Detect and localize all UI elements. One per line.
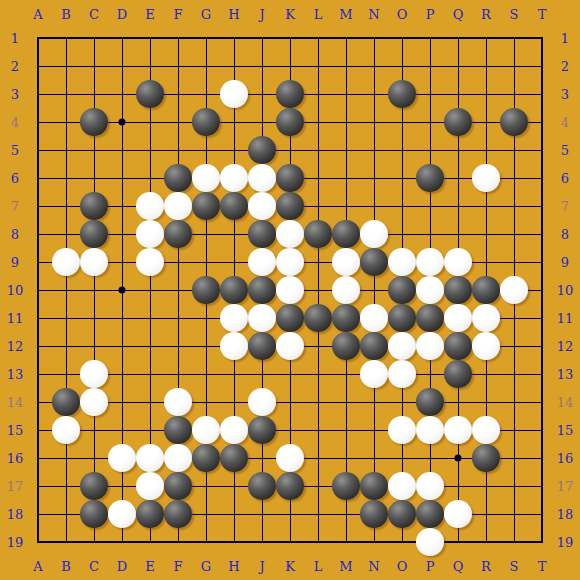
white-stone-Q15 (444, 416, 472, 444)
black-stone-C8 (80, 220, 108, 248)
black-stone-L11 (304, 304, 332, 332)
black-stone-B14 (52, 388, 80, 416)
black-stone-N12 (360, 332, 388, 360)
black-stone-G7 (192, 192, 220, 220)
black-stone-K17 (276, 472, 304, 500)
black-stone-Q4 (444, 108, 472, 136)
white-stone-H12 (220, 332, 248, 360)
black-stone-F8 (164, 220, 192, 248)
white-stone-G6 (192, 164, 220, 192)
white-stone-B15 (52, 416, 80, 444)
black-stone-Q10 (444, 276, 472, 304)
black-stone-M11 (332, 304, 360, 332)
go-board[interactable]: AABBCCDDEEFFGGHHJJKKLLMMNNOOPPQQRRSSTT11… (0, 0, 580, 580)
black-stone-O18 (388, 500, 416, 528)
black-stone-N9 (360, 248, 388, 276)
white-stone-C13 (80, 360, 108, 388)
black-stone-O10 (388, 276, 416, 304)
black-stone-O11 (388, 304, 416, 332)
black-stone-S4 (500, 108, 528, 136)
black-stone-P18 (416, 500, 444, 528)
white-stone-N8 (360, 220, 388, 248)
stones-layer (0, 0, 580, 580)
black-stone-L8 (304, 220, 332, 248)
white-stone-P9 (416, 248, 444, 276)
black-stone-G10 (192, 276, 220, 304)
white-stone-K9 (276, 248, 304, 276)
white-stone-C14 (80, 388, 108, 416)
black-stone-C4 (80, 108, 108, 136)
white-stone-P15 (416, 416, 444, 444)
white-stone-R11 (472, 304, 500, 332)
black-stone-N18 (360, 500, 388, 528)
black-stone-J8 (248, 220, 276, 248)
black-stone-R10 (472, 276, 500, 304)
white-stone-P19 (416, 528, 444, 556)
white-stone-O12 (388, 332, 416, 360)
white-stone-M9 (332, 248, 360, 276)
white-stone-R6 (472, 164, 500, 192)
black-stone-N17 (360, 472, 388, 500)
white-stone-K16 (276, 444, 304, 472)
black-stone-Q12 (444, 332, 472, 360)
white-stone-E8 (136, 220, 164, 248)
white-stone-F16 (164, 444, 192, 472)
white-stone-Q9 (444, 248, 472, 276)
white-stone-R15 (472, 416, 500, 444)
black-stone-E18 (136, 500, 164, 528)
white-stone-J11 (248, 304, 276, 332)
white-stone-O15 (388, 416, 416, 444)
white-stone-H11 (220, 304, 248, 332)
white-stone-K10 (276, 276, 304, 304)
white-stone-E9 (136, 248, 164, 276)
black-stone-K11 (276, 304, 304, 332)
black-stone-H7 (220, 192, 248, 220)
white-stone-H15 (220, 416, 248, 444)
white-stone-H6 (220, 164, 248, 192)
white-stone-F14 (164, 388, 192, 416)
white-stone-P10 (416, 276, 444, 304)
black-stone-G16 (192, 444, 220, 472)
black-stone-R16 (472, 444, 500, 472)
white-stone-R12 (472, 332, 500, 360)
white-stone-J6 (248, 164, 276, 192)
white-stone-H3 (220, 80, 248, 108)
black-stone-J5 (248, 136, 276, 164)
white-stone-B9 (52, 248, 80, 276)
black-stone-G4 (192, 108, 220, 136)
white-stone-E7 (136, 192, 164, 220)
black-stone-F15 (164, 416, 192, 444)
black-stone-P14 (416, 388, 444, 416)
black-stone-K4 (276, 108, 304, 136)
black-stone-P11 (416, 304, 444, 332)
black-stone-O3 (388, 80, 416, 108)
white-stone-O9 (388, 248, 416, 276)
black-stone-C7 (80, 192, 108, 220)
black-stone-H10 (220, 276, 248, 304)
black-stone-Q13 (444, 360, 472, 388)
black-stone-F6 (164, 164, 192, 192)
black-stone-E3 (136, 80, 164, 108)
white-stone-E16 (136, 444, 164, 472)
black-stone-J12 (248, 332, 276, 360)
black-stone-K7 (276, 192, 304, 220)
white-stone-F7 (164, 192, 192, 220)
white-stone-D18 (108, 500, 136, 528)
white-stone-E17 (136, 472, 164, 500)
white-stone-P12 (416, 332, 444, 360)
white-stone-O13 (388, 360, 416, 388)
black-stone-M8 (332, 220, 360, 248)
black-stone-H16 (220, 444, 248, 472)
black-stone-F17 (164, 472, 192, 500)
white-stone-Q18 (444, 500, 472, 528)
white-stone-P17 (416, 472, 444, 500)
white-stone-Q11 (444, 304, 472, 332)
black-stone-K6 (276, 164, 304, 192)
white-stone-M10 (332, 276, 360, 304)
black-stone-M17 (332, 472, 360, 500)
white-stone-O17 (388, 472, 416, 500)
white-stone-S10 (500, 276, 528, 304)
white-stone-C9 (80, 248, 108, 276)
white-stone-N13 (360, 360, 388, 388)
black-stone-P6 (416, 164, 444, 192)
black-stone-K3 (276, 80, 304, 108)
black-stone-J15 (248, 416, 276, 444)
white-stone-J14 (248, 388, 276, 416)
black-stone-C17 (80, 472, 108, 500)
black-stone-F18 (164, 500, 192, 528)
white-stone-K8 (276, 220, 304, 248)
white-stone-J7 (248, 192, 276, 220)
white-stone-G15 (192, 416, 220, 444)
black-stone-C18 (80, 500, 108, 528)
black-stone-M12 (332, 332, 360, 360)
black-stone-J17 (248, 472, 276, 500)
white-stone-N11 (360, 304, 388, 332)
white-stone-D16 (108, 444, 136, 472)
white-stone-J9 (248, 248, 276, 276)
white-stone-K12 (276, 332, 304, 360)
black-stone-J10 (248, 276, 276, 304)
